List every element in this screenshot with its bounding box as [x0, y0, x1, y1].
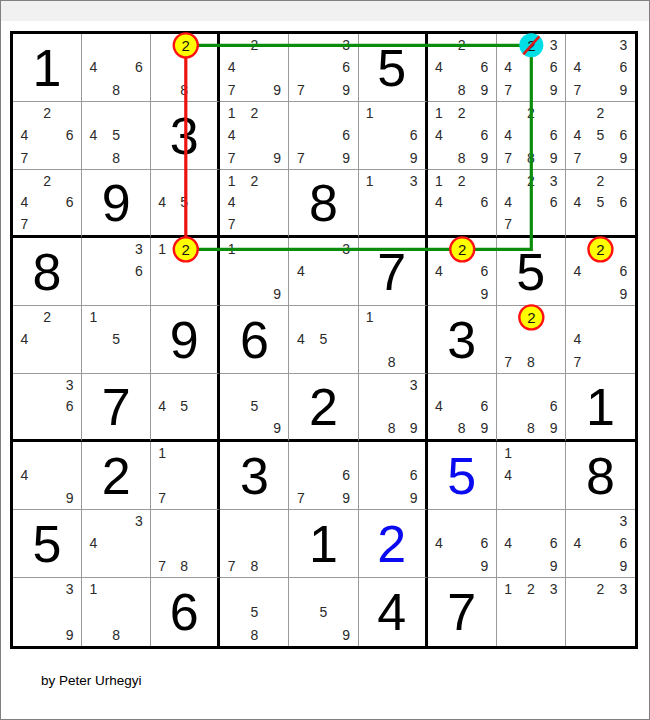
cell-r9c6[interactable]: 4: [359, 578, 428, 646]
pencil-marks: 59: [220, 374, 288, 439]
cell-r1c2[interactable]: 468: [82, 34, 151, 102]
cell-r8c5[interactable]: 1: [289, 510, 358, 578]
cell-r5c4[interactable]: 6: [220, 306, 289, 374]
cell-r4c4[interactable]: 19: [220, 238, 289, 306]
cell-r9c1[interactable]: 39: [13, 578, 82, 646]
pencil-marks: 78: [151, 510, 217, 577]
pencil-marks: 3469: [566, 510, 635, 577]
pencil-marks: 278: [497, 306, 565, 373]
pencil-marks: 14: [497, 442, 565, 509]
given-digit: 8: [566, 442, 635, 509]
pencil-marks: 124689: [428, 102, 496, 169]
pencil-marks: 3679: [289, 34, 357, 101]
cell-r6c7[interactable]: 4689: [428, 374, 497, 442]
cell-r9c9[interactable]: 23: [566, 578, 635, 646]
cell-r7c2[interactable]: 2: [82, 442, 151, 510]
cell-r4c1[interactable]: 8: [13, 238, 82, 306]
pencil-marks: 18: [359, 306, 425, 373]
cell-r4c8[interactable]: 5: [497, 238, 566, 306]
pencil-marks: 246789: [497, 102, 565, 169]
cell-r9c8[interactable]: 123: [497, 578, 566, 646]
pencil-marks: 2456: [566, 170, 635, 235]
pencil-marks: 47: [566, 306, 635, 373]
pencil-marks: 2479: [220, 34, 288, 101]
cell-r1c7[interactable]: 24689: [428, 34, 497, 102]
cell-r5c2[interactable]: 15: [82, 306, 151, 374]
given-digit: 9: [82, 170, 150, 235]
cell-r7c9[interactable]: 8: [566, 442, 635, 510]
pencil-marks: 469: [497, 510, 565, 577]
pencil-marks: 58: [220, 578, 288, 646]
pencil-marks: 389: [359, 374, 425, 439]
given-digit: 1: [566, 374, 635, 439]
cell-r4c9[interactable]: 2469: [566, 238, 635, 306]
given-digit: 9: [151, 306, 217, 373]
pencil-marks: 36: [13, 374, 81, 439]
pencil-marks: 123: [497, 578, 565, 646]
pencil-marks: 49: [13, 442, 81, 509]
cell-r1c8[interactable]: 234679: [497, 34, 566, 102]
author-credit: by Peter Urhegyi: [41, 673, 142, 688]
cell-r6c2[interactable]: 7: [82, 374, 151, 442]
cell-r8c3[interactable]: 78: [151, 510, 220, 578]
cell-r8c9[interactable]: 3469: [566, 510, 635, 578]
pencil-marks: 28: [151, 34, 217, 101]
cell-r6c9[interactable]: 1: [566, 374, 635, 442]
pencil-marks: 469: [428, 510, 496, 577]
pencil-marks: 468: [82, 34, 150, 101]
pencil-marks: 1247: [220, 170, 288, 235]
sudoku-board: 1468282479367952468923467934679246745831…: [10, 31, 638, 649]
pencil-marks: 679: [289, 102, 357, 169]
cell-r5c1[interactable]: 24: [13, 306, 82, 374]
given-digit: 5: [359, 34, 425, 101]
pencil-marks: 78: [220, 510, 288, 577]
pencil-marks: 36: [82, 238, 150, 305]
cell-r7c7[interactable]: 5: [428, 442, 497, 510]
cell-r2c6[interactable]: 169: [359, 102, 428, 170]
given-digit: 3: [151, 102, 217, 169]
pencil-marks: 1246: [428, 170, 496, 235]
cell-r9c2[interactable]: 18: [82, 578, 151, 646]
cell-r2c1[interactable]: 2467: [13, 102, 82, 170]
pencil-marks: 24: [13, 306, 81, 373]
pencil-marks: 2469: [428, 238, 496, 305]
given-digit: 2: [82, 442, 150, 509]
pencil-marks: 2469: [566, 238, 635, 305]
cell-r2c5[interactable]: 679: [289, 102, 358, 170]
cell-r3c9[interactable]: 2456: [566, 170, 635, 238]
pencil-marks: 234679: [497, 34, 565, 101]
pencil-marks: 245679: [566, 102, 635, 169]
pencil-marks: 12479: [220, 102, 288, 169]
solver-digit: 5: [428, 442, 496, 509]
cell-r8c2[interactable]: 34: [82, 510, 151, 578]
cell-r7c5[interactable]: 679: [289, 442, 358, 510]
cell-r7c1[interactable]: 49: [13, 442, 82, 510]
cell-r3c2[interactable]: 9: [82, 170, 151, 238]
given-digit: 7: [359, 238, 425, 305]
solver-digit: 2: [359, 510, 425, 577]
cell-r2c9[interactable]: 245679: [566, 102, 635, 170]
given-digit: 7: [428, 578, 496, 646]
cell-r9c5[interactable]: 59: [289, 578, 358, 646]
pencil-marks: 34679: [566, 34, 635, 101]
pencil-marks: 169: [359, 102, 425, 169]
cell-r7c8[interactable]: 14: [497, 442, 566, 510]
pencil-marks: 69: [359, 442, 425, 509]
pencil-marks: 45: [151, 170, 217, 235]
given-digit: 1: [13, 34, 81, 101]
cell-r4c3[interactable]: 12: [151, 238, 220, 306]
given-digit: 3: [428, 306, 496, 373]
pencil-marks: 45: [289, 306, 357, 373]
cell-r1c1[interactable]: 1: [13, 34, 82, 102]
pencil-marks: 679: [289, 442, 357, 509]
cell-r9c3[interactable]: 6: [151, 578, 220, 646]
cell-r8c8[interactable]: 469: [497, 510, 566, 578]
cell-r2c2[interactable]: 458: [82, 102, 151, 170]
cell-r5c3[interactable]: 9: [151, 306, 220, 374]
given-digit: 6: [151, 578, 217, 646]
cell-r3c1[interactable]: 2467: [13, 170, 82, 238]
given-digit: 5: [497, 238, 565, 305]
cell-r6c4[interactable]: 59: [220, 374, 289, 442]
cell-r2c3[interactable]: 3: [151, 102, 220, 170]
pencil-marks: 39: [13, 578, 81, 646]
cell-r2c8[interactable]: 246789: [497, 102, 566, 170]
cell-r1c5[interactable]: 3679: [289, 34, 358, 102]
cell-r4c5[interactable]: 34: [289, 238, 358, 306]
cell-r3c7[interactable]: 1246: [428, 170, 497, 238]
cell-r3c4[interactable]: 1247: [220, 170, 289, 238]
pencil-marks: 13: [359, 170, 425, 235]
cell-r1c3[interactable]: 28: [151, 34, 220, 102]
cell-r3c6[interactable]: 13: [359, 170, 428, 238]
pencil-marks: 12: [151, 238, 217, 305]
cell-r8c7[interactable]: 469: [428, 510, 497, 578]
cell-r5c6[interactable]: 18: [359, 306, 428, 374]
cell-r6c5[interactable]: 2: [289, 374, 358, 442]
pencil-marks: 2467: [13, 170, 81, 235]
pencil-marks: 4689: [428, 374, 496, 439]
pencil-marks: 18: [82, 578, 150, 646]
cell-r2c4[interactable]: 12479: [220, 102, 289, 170]
pencil-marks: 19: [220, 238, 288, 305]
cell-r6c6[interactable]: 389: [359, 374, 428, 442]
given-digit: 4: [359, 578, 425, 646]
pencil-marks: 23467: [497, 170, 565, 235]
sudoku-app-page: 1468282479367952468923467934679246745831…: [0, 0, 650, 720]
cell-r6c1[interactable]: 36: [13, 374, 82, 442]
cell-r1c9[interactable]: 34679: [566, 34, 635, 102]
given-digit: 3: [220, 442, 288, 509]
cell-r4c7[interactable]: 2469: [428, 238, 497, 306]
pencil-marks: 17: [151, 442, 217, 509]
cell-r1c6[interactable]: 5: [359, 34, 428, 102]
pencil-marks: 458: [82, 102, 150, 169]
cell-r3c8[interactable]: 23467: [497, 170, 566, 238]
pencil-marks: 23: [566, 578, 635, 646]
given-digit: 7: [82, 374, 150, 439]
pencil-marks: 689: [497, 374, 565, 439]
pencil-marks: 45: [151, 374, 217, 439]
cell-r4c2[interactable]: 36: [82, 238, 151, 306]
cell-r3c3[interactable]: 45: [151, 170, 220, 238]
cell-r6c8[interactable]: 689: [497, 374, 566, 442]
cell-r5c7[interactable]: 3: [428, 306, 497, 374]
pencil-marks: 34: [289, 238, 357, 305]
given-digit: 6: [220, 306, 288, 373]
pencil-marks: 24689: [428, 34, 496, 101]
cell-r8c6[interactable]: 2: [359, 510, 428, 578]
cell-r8c4[interactable]: 78: [220, 510, 289, 578]
cell-r6c3[interactable]: 45: [151, 374, 220, 442]
cell-r9c7[interactable]: 7: [428, 578, 497, 646]
cell-r7c4[interactable]: 3: [220, 442, 289, 510]
given-digit: 1: [289, 510, 357, 577]
cell-r5c5[interactable]: 45: [289, 306, 358, 374]
pencil-marks: 2467: [13, 102, 81, 169]
cell-r2c7[interactable]: 124689: [428, 102, 497, 170]
cell-r3c5[interactable]: 8: [289, 170, 358, 238]
cell-r7c3[interactable]: 17: [151, 442, 220, 510]
cell-r9c4[interactable]: 58: [220, 578, 289, 646]
cell-r4c6[interactable]: 7: [359, 238, 428, 306]
given-digit: 8: [289, 170, 357, 235]
cell-r5c8[interactable]: 278: [497, 306, 566, 374]
header-strip: [1, 1, 649, 21]
cell-r5c9[interactable]: 47: [566, 306, 635, 374]
given-digit: 8: [13, 238, 81, 305]
cell-r7c6[interactable]: 69: [359, 442, 428, 510]
pencil-marks: 34: [82, 510, 150, 577]
given-digit: 5: [13, 510, 81, 577]
cell-r8c1[interactable]: 5: [13, 510, 82, 578]
pencil-marks: 59: [289, 578, 357, 646]
given-digit: 2: [289, 374, 357, 439]
pencil-marks: 15: [82, 306, 150, 373]
cell-r1c4[interactable]: 2479: [220, 34, 289, 102]
